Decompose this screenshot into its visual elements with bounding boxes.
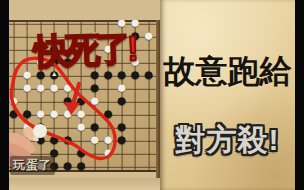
board-cell[interactable]: ● bbox=[75, 159, 89, 172]
board-cell[interactable] bbox=[142, 159, 156, 172]
board-cell[interactable] bbox=[48, 16, 62, 29]
board-cell[interactable] bbox=[129, 146, 143, 159]
board-cell[interactable] bbox=[34, 16, 48, 29]
board-cell[interactable] bbox=[9, 120, 21, 133]
white-stone: ● bbox=[90, 133, 100, 146]
black-stone: ● bbox=[76, 159, 86, 172]
pillarbox-left bbox=[0, 0, 9, 190]
board-cell[interactable] bbox=[129, 107, 143, 120]
board-cell[interactable] bbox=[9, 16, 21, 29]
board-cell[interactable] bbox=[142, 94, 156, 107]
board-cell[interactable]: ● bbox=[21, 81, 35, 94]
board-cell[interactable]: ● bbox=[34, 133, 48, 146]
white-stone: ● bbox=[49, 107, 59, 120]
board-cell[interactable]: ● bbox=[61, 133, 75, 146]
white-stone: ● bbox=[36, 81, 46, 94]
board-cell[interactable] bbox=[129, 94, 143, 107]
black-stone: ● bbox=[117, 94, 127, 107]
board-cell[interactable] bbox=[9, 133, 21, 146]
board-cell[interactable]: ● bbox=[9, 107, 21, 120]
headline-panel: 故意跑給 對方殺! bbox=[160, 0, 295, 190]
video-thumbnail: ●●●●●●●●●●●●●●▲●●●●●●●●●●●●●●●●●●●●●●●●●… bbox=[0, 0, 304, 190]
pillarbox-right bbox=[295, 0, 304, 190]
board-cell[interactable]: ● bbox=[115, 94, 129, 107]
board-cell[interactable] bbox=[129, 159, 143, 172]
board-cell[interactable]: ● bbox=[102, 146, 116, 159]
board-cell[interactable] bbox=[142, 146, 156, 159]
black-stone: ● bbox=[9, 107, 19, 120]
board-cell[interactable] bbox=[88, 159, 102, 172]
board-cell[interactable]: ● bbox=[115, 133, 129, 146]
board-cell[interactable]: ● bbox=[34, 81, 48, 94]
board-cell[interactable] bbox=[21, 16, 35, 29]
board-cell[interactable] bbox=[142, 81, 156, 94]
go-board-panel: ●●●●●●●●●●●●●●▲●●●●●●●●●●●●●●●●●●●●●●●●●… bbox=[9, 0, 160, 190]
white-stone: ● bbox=[63, 107, 73, 120]
board-cell[interactable]: ● bbox=[61, 107, 75, 120]
caption-label: 玩蛋了 bbox=[10, 156, 55, 175]
board-cell[interactable] bbox=[88, 146, 102, 159]
board-cell[interactable]: ● bbox=[88, 94, 102, 107]
warning-text: 快死了! bbox=[9, 24, 160, 76]
headline-line2: 對方殺! bbox=[160, 120, 295, 161]
board-cell[interactable] bbox=[142, 133, 156, 146]
board-cell[interactable] bbox=[102, 81, 116, 94]
board-cell[interactable] bbox=[129, 133, 143, 146]
white-stone: ● bbox=[76, 120, 86, 133]
board-cell[interactable] bbox=[115, 146, 129, 159]
board-cell[interactable] bbox=[129, 120, 143, 133]
table-surface bbox=[9, 178, 160, 190]
black-stone: ● bbox=[63, 133, 73, 146]
board-cell[interactable] bbox=[21, 133, 35, 146]
board-cell[interactable] bbox=[102, 159, 116, 172]
white-stone: ● bbox=[22, 120, 32, 133]
board-cell[interactable]: ● bbox=[21, 120, 35, 133]
board-cell[interactable]: ● bbox=[48, 81, 62, 94]
black-stone: ● bbox=[103, 107, 113, 120]
black-stone: ● bbox=[63, 159, 73, 172]
board-cell[interactable]: ● bbox=[61, 159, 75, 172]
board-cell[interactable]: ● bbox=[88, 133, 102, 146]
board-cell[interactable] bbox=[115, 159, 129, 172]
black-stone: ● bbox=[117, 133, 127, 146]
board-cell[interactable] bbox=[129, 81, 143, 94]
white-stone: ● bbox=[90, 94, 100, 107]
headline-line1: 故意跑給 bbox=[160, 50, 295, 94]
board-cell[interactable]: ● bbox=[102, 107, 116, 120]
board-cell[interactable] bbox=[142, 120, 156, 133]
board-cell[interactable] bbox=[142, 107, 156, 120]
white-stone: ● bbox=[103, 146, 113, 159]
black-stone: ● bbox=[36, 133, 46, 146]
board-cell[interactable]: ● bbox=[75, 120, 89, 133]
board-cell[interactable]: ● bbox=[48, 107, 62, 120]
white-stone: ● bbox=[49, 81, 59, 94]
white-stone: ● bbox=[22, 81, 32, 94]
